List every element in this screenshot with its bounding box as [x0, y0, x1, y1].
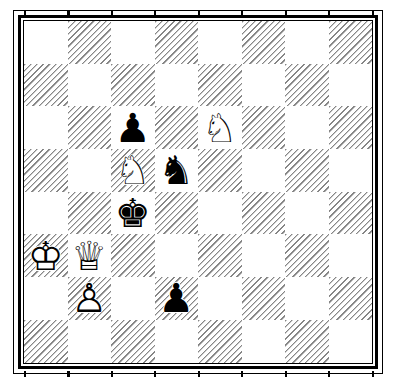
black-pawn: ♟ [155, 277, 199, 320]
square-d2: ♟ [155, 277, 199, 320]
frame-tick-marks-bottom [14, 371, 382, 377]
square-a6 [24, 106, 68, 149]
square-d5: ♞ [155, 149, 199, 192]
square-f2 [242, 277, 286, 320]
square-c1 [111, 320, 155, 363]
square-e2 [198, 277, 242, 320]
square-g7 [285, 64, 329, 107]
square-c8 [111, 21, 155, 64]
square-h6 [329, 106, 373, 149]
square-b6 [68, 106, 112, 149]
square-h8 [329, 21, 373, 64]
square-c4: ♚ [111, 192, 155, 235]
square-h2 [329, 277, 373, 320]
square-f7 [242, 64, 286, 107]
square-c6: ♟ [111, 106, 155, 149]
square-c3 [111, 234, 155, 277]
square-b4 [68, 192, 112, 235]
square-g1 [285, 320, 329, 363]
white-queen: ♛♕ [68, 234, 112, 277]
square-e6: ♞♘ [198, 106, 242, 149]
square-c2 [111, 277, 155, 320]
square-e8 [198, 21, 242, 64]
square-a4 [24, 192, 68, 235]
square-b2: ♟♙ [68, 277, 112, 320]
square-g5 [285, 149, 329, 192]
chess-board-frame-inner: ♟♞♘♞♘♞♚♚♔♛♕♟♙♟ [18, 15, 378, 369]
square-g8 [285, 21, 329, 64]
square-g4 [285, 192, 329, 235]
square-h1 [329, 320, 373, 363]
white-king: ♚♔ [24, 234, 68, 277]
chess-board-frame: ♟♞♘♞♘♞♚♚♔♛♕♟♙♟ [13, 10, 383, 374]
square-b5 [68, 149, 112, 192]
square-d7 [155, 64, 199, 107]
square-d8 [155, 21, 199, 64]
square-a1 [24, 320, 68, 363]
chess-board: ♟♞♘♞♘♞♚♚♔♛♕♟♙♟ [24, 21, 372, 363]
square-d1 [155, 320, 199, 363]
square-e4 [198, 192, 242, 235]
chess-board-border: ♟♞♘♞♘♞♚♚♔♛♕♟♙♟ [23, 20, 373, 364]
square-a7 [24, 64, 68, 107]
square-d3 [155, 234, 199, 277]
square-b7 [68, 64, 112, 107]
square-d6 [155, 106, 199, 149]
square-f5 [242, 149, 286, 192]
square-f6 [242, 106, 286, 149]
square-f1 [242, 320, 286, 363]
white-pawn: ♟♙ [68, 277, 112, 320]
square-c5: ♞♘ [111, 149, 155, 192]
square-d4 [155, 192, 199, 235]
square-f8 [242, 21, 286, 64]
square-b8 [68, 21, 112, 64]
white-knight: ♞♘ [111, 149, 155, 192]
square-h5 [329, 149, 373, 192]
black-king: ♚ [111, 192, 155, 235]
square-h4 [329, 192, 373, 235]
square-f3 [242, 234, 286, 277]
square-g3 [285, 234, 329, 277]
square-a2 [24, 277, 68, 320]
square-a5 [24, 149, 68, 192]
white-knight: ♞♘ [198, 106, 242, 149]
square-h3 [329, 234, 373, 277]
square-a3: ♚♔ [24, 234, 68, 277]
square-h7 [329, 64, 373, 107]
square-e7 [198, 64, 242, 107]
square-a8 [24, 21, 68, 64]
square-b3: ♛♕ [68, 234, 112, 277]
black-pawn: ♟ [111, 106, 155, 149]
square-g6 [285, 106, 329, 149]
square-f4 [242, 192, 286, 235]
square-c7 [111, 64, 155, 107]
square-e1 [198, 320, 242, 363]
square-e5 [198, 149, 242, 192]
square-g2 [285, 277, 329, 320]
square-b1 [68, 320, 112, 363]
black-knight: ♞ [155, 149, 199, 192]
square-e3 [198, 234, 242, 277]
